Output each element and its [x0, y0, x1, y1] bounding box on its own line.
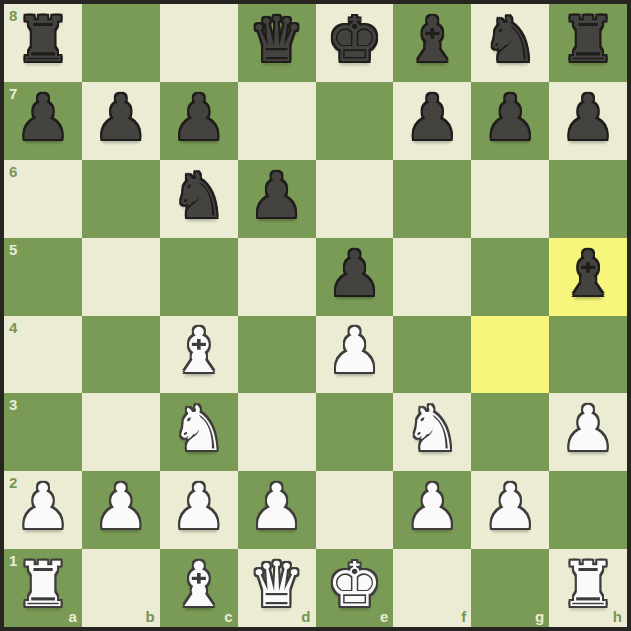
piece-white-queen[interactable]: ♛: [249, 554, 305, 616]
file-label-b: b: [146, 609, 155, 624]
square-c6[interactable]: ♞: [160, 160, 238, 238]
square-h7[interactable]: ♟: [549, 82, 627, 160]
square-g7[interactable]: ♟: [471, 82, 549, 160]
piece-black-pawn[interactable]: ♟: [327, 243, 383, 305]
piece-black-knight[interactable]: ♞: [171, 165, 227, 227]
square-g2[interactable]: ♟: [471, 471, 549, 549]
file-label-e: e: [380, 609, 388, 624]
piece-black-bishop[interactable]: ♝: [560, 243, 616, 305]
piece-black-pawn[interactable]: ♟: [249, 165, 305, 227]
square-c4[interactable]: ♝: [160, 316, 238, 394]
square-g6[interactable]: [471, 160, 549, 238]
square-f7[interactable]: ♟: [393, 82, 471, 160]
piece-white-pawn[interactable]: ♟: [249, 476, 305, 538]
square-a1[interactable]: ♜1a: [4, 549, 82, 627]
piece-black-pawn[interactable]: ♟: [15, 87, 71, 149]
square-d1[interactable]: ♛d: [238, 549, 316, 627]
square-f8[interactable]: ♝: [393, 4, 471, 82]
square-a6[interactable]: 6: [4, 160, 82, 238]
piece-black-pawn[interactable]: ♟: [93, 87, 149, 149]
square-g5[interactable]: [471, 238, 549, 316]
piece-white-pawn[interactable]: ♟: [15, 476, 71, 538]
square-g8[interactable]: ♞: [471, 4, 549, 82]
piece-black-queen[interactable]: ♛: [249, 9, 305, 71]
piece-white-pawn[interactable]: ♟: [93, 476, 149, 538]
square-b5[interactable]: [82, 238, 160, 316]
square-h1[interactable]: ♜h: [549, 549, 627, 627]
square-c7[interactable]: ♟: [160, 82, 238, 160]
square-e8[interactable]: ♚: [316, 4, 394, 82]
square-b1[interactable]: b: [82, 549, 160, 627]
file-label-f: f: [461, 609, 466, 624]
piece-black-pawn[interactable]: ♟: [171, 87, 227, 149]
piece-black-rook[interactable]: ♜: [560, 9, 616, 71]
square-c2[interactable]: ♟: [160, 471, 238, 549]
square-a8[interactable]: ♜8: [4, 4, 82, 82]
square-f5[interactable]: [393, 238, 471, 316]
square-b4[interactable]: [82, 316, 160, 394]
piece-black-rook[interactable]: ♜: [15, 9, 71, 71]
rank-label-7: 7: [9, 86, 17, 101]
square-g4[interactable]: [471, 316, 549, 394]
square-g3[interactable]: [471, 393, 549, 471]
square-h8[interactable]: ♜: [549, 4, 627, 82]
square-f6[interactable]: [393, 160, 471, 238]
square-f2[interactable]: ♟: [393, 471, 471, 549]
square-b3[interactable]: [82, 393, 160, 471]
square-e1[interactable]: ♚e: [316, 549, 394, 627]
square-f3[interactable]: ♞: [393, 393, 471, 471]
file-label-g: g: [535, 609, 544, 624]
square-f1[interactable]: f: [393, 549, 471, 627]
square-a4[interactable]: 4: [4, 316, 82, 394]
file-label-a: a: [69, 609, 77, 624]
piece-black-bishop[interactable]: ♝: [405, 9, 461, 71]
piece-black-pawn[interactable]: ♟: [560, 87, 616, 149]
square-a5[interactable]: 5: [4, 238, 82, 316]
square-a7[interactable]: ♟7: [4, 82, 82, 160]
square-c5[interactable]: [160, 238, 238, 316]
square-e4[interactable]: ♟: [316, 316, 394, 394]
square-e5[interactable]: ♟: [316, 238, 394, 316]
rank-label-1: 1: [9, 553, 17, 568]
piece-white-pawn[interactable]: ♟: [171, 476, 227, 538]
square-b8[interactable]: [82, 4, 160, 82]
square-d8[interactable]: ♛: [238, 4, 316, 82]
square-d5[interactable]: [238, 238, 316, 316]
square-d2[interactable]: ♟: [238, 471, 316, 549]
square-e3[interactable]: [316, 393, 394, 471]
file-label-d: d: [301, 609, 310, 624]
piece-white-knight[interactable]: ♞: [171, 398, 227, 460]
square-d7[interactable]: [238, 82, 316, 160]
rank-label-5: 5: [9, 242, 17, 257]
square-b7[interactable]: ♟: [82, 82, 160, 160]
piece-white-pawn[interactable]: ♟: [482, 476, 538, 538]
rank-label-8: 8: [9, 8, 17, 23]
piece-white-bishop[interactable]: ♝: [171, 320, 227, 382]
piece-white-knight[interactable]: ♞: [405, 398, 461, 460]
square-g1[interactable]: g: [471, 549, 549, 627]
square-a3[interactable]: 3: [4, 393, 82, 471]
rank-label-2: 2: [9, 475, 17, 490]
square-e2[interactable]: [316, 471, 394, 549]
piece-white-king[interactable]: ♚: [327, 554, 383, 616]
piece-white-pawn[interactable]: ♟: [560, 398, 616, 460]
file-label-h: h: [613, 609, 622, 624]
square-a2[interactable]: ♟2: [4, 471, 82, 549]
piece-white-rook[interactable]: ♜: [560, 554, 616, 616]
rank-label-3: 3: [9, 397, 17, 412]
square-c1[interactable]: ♝c: [160, 549, 238, 627]
square-b6[interactable]: [82, 160, 160, 238]
square-b2[interactable]: ♟: [82, 471, 160, 549]
square-h4[interactable]: [549, 316, 627, 394]
chess-board: ♜8♛♚♝♞♜♟7♟♟♟♟♟6♞♟5♟♝4♝♟3♞♞♟♟2♟♟♟♟♟♜1ab♝c…: [4, 4, 627, 627]
piece-black-knight[interactable]: ♞: [482, 9, 538, 71]
square-h2[interactable]: [549, 471, 627, 549]
piece-black-pawn[interactable]: ♟: [482, 87, 538, 149]
square-e7[interactable]: [316, 82, 394, 160]
rank-label-4: 4: [9, 320, 17, 335]
rank-label-6: 6: [9, 164, 17, 179]
square-f4[interactable]: [393, 316, 471, 394]
piece-white-pawn[interactable]: ♟: [327, 320, 383, 382]
file-label-c: c: [224, 609, 232, 624]
board-frame: ♜8♛♚♝♞♜♟7♟♟♟♟♟6♞♟5♟♝4♝♟3♞♞♟♟2♟♟♟♟♟♜1ab♝c…: [0, 0, 631, 631]
square-d3[interactable]: [238, 393, 316, 471]
piece-white-bishop[interactable]: ♝: [171, 554, 227, 616]
square-h6[interactable]: [549, 160, 627, 238]
piece-white-pawn[interactable]: ♟: [405, 476, 461, 538]
square-d6[interactable]: ♟: [238, 160, 316, 238]
piece-black-king[interactable]: ♚: [327, 9, 383, 71]
square-c3[interactable]: ♞: [160, 393, 238, 471]
square-c8[interactable]: [160, 4, 238, 82]
square-d4[interactable]: [238, 316, 316, 394]
piece-black-pawn[interactable]: ♟: [405, 87, 461, 149]
piece-white-rook[interactable]: ♜: [15, 554, 71, 616]
square-e6[interactable]: [316, 160, 394, 238]
square-h3[interactable]: ♟: [549, 393, 627, 471]
square-h5[interactable]: ♝: [549, 238, 627, 316]
